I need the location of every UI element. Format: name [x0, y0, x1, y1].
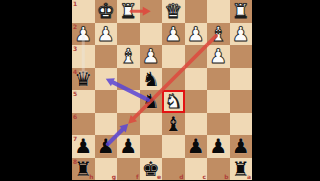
square-c1[interactable]	[185, 0, 208, 23]
square-a3[interactable]	[230, 45, 253, 68]
square-g4[interactable]	[95, 68, 118, 91]
rank-label-1: 1	[73, 0, 77, 7]
square-e3[interactable]: ♟	[140, 45, 163, 68]
white-bishop-f3[interactable]: ♝	[117, 45, 140, 68]
square-f1[interactable]: ♜	[117, 0, 140, 23]
square-a1[interactable]: ♜	[230, 0, 253, 23]
square-h5[interactable]: 5	[72, 90, 95, 113]
square-g7[interactable]: ♟	[95, 135, 118, 158]
square-d4[interactable]	[162, 68, 185, 91]
square-d6[interactable]: ♝	[162, 113, 185, 136]
chess-board: 1♚♜♛♜2♟♟♟♟♝♟3♝♟♟4♛♞5♞♞6♝7♟♟♟♟♟♟8h♜gfe♚dc…	[72, 0, 252, 180]
square-c5[interactable]	[185, 90, 208, 113]
letterbox-left	[0, 0, 72, 180]
square-d5[interactable]: ♞	[162, 90, 185, 113]
square-g8[interactable]: g	[95, 158, 118, 181]
square-h2[interactable]: 2♟	[72, 23, 95, 46]
video-frame: 1♚♜♛♜2♟♟♟♟♝♟3♝♟♟4♛♞5♞♞6♝7♟♟♟♟♟♟8h♜gfe♚dc…	[0, 0, 320, 180]
square-g6[interactable]	[95, 113, 118, 136]
black-bishop-d6[interactable]: ♝	[162, 113, 185, 136]
square-b2[interactable]: ♝	[207, 23, 230, 46]
square-c3[interactable]	[185, 45, 208, 68]
white-pawn-a2[interactable]: ♟	[230, 23, 253, 46]
square-d1[interactable]: ♛	[162, 0, 185, 23]
square-b8[interactable]: b	[207, 158, 230, 181]
white-pawn-d2[interactable]: ♟	[162, 23, 185, 46]
square-b6[interactable]	[207, 113, 230, 136]
square-b4[interactable]	[207, 68, 230, 91]
white-pawn-g2[interactable]: ♟	[95, 23, 118, 46]
square-d3[interactable]	[162, 45, 185, 68]
file-label-d: d	[179, 173, 183, 180]
black-pawn-h7[interactable]: ♟	[72, 135, 95, 158]
rank-label-6: 6	[73, 113, 77, 120]
square-f8[interactable]: f	[117, 158, 140, 181]
square-a2[interactable]: ♟	[230, 23, 253, 46]
square-h1[interactable]: 1	[72, 0, 95, 23]
white-pawn-h2[interactable]: ♟	[72, 23, 95, 46]
square-a4[interactable]	[230, 68, 253, 91]
rank-label-3: 3	[73, 45, 77, 52]
black-pawn-g7[interactable]: ♟	[95, 135, 118, 158]
square-a6[interactable]	[230, 113, 253, 136]
black-rook-a8[interactable]: ♜	[230, 158, 253, 181]
square-c8[interactable]: c	[185, 158, 208, 181]
square-c2[interactable]: ♟	[185, 23, 208, 46]
file-label-b: b	[224, 173, 228, 180]
square-b7[interactable]: ♟	[207, 135, 230, 158]
white-pawn-e3[interactable]: ♟	[140, 45, 163, 68]
square-a7[interactable]: ♟	[230, 135, 253, 158]
square-a8[interactable]: a♜	[230, 158, 253, 181]
square-e4[interactable]: ♞	[140, 68, 163, 91]
black-rook-h8[interactable]: ♜	[72, 158, 95, 181]
white-rook-a1[interactable]: ♜	[230, 0, 253, 23]
square-c4[interactable]	[185, 68, 208, 91]
white-rook-f1[interactable]: ♜	[117, 0, 140, 23]
black-pawn-a7[interactable]: ♟	[230, 135, 253, 158]
square-h3[interactable]: 3	[72, 45, 95, 68]
black-pawn-f7[interactable]: ♟	[117, 135, 140, 158]
square-e6[interactable]	[140, 113, 163, 136]
black-knight-e4[interactable]: ♞	[140, 68, 163, 91]
square-h7[interactable]: 7♟	[72, 135, 95, 158]
square-e8[interactable]: e♚	[140, 158, 163, 181]
square-b3[interactable]: ♟	[207, 45, 230, 68]
square-f7[interactable]: ♟	[117, 135, 140, 158]
square-c7[interactable]: ♟	[185, 135, 208, 158]
file-label-c: c	[202, 173, 206, 180]
square-g1[interactable]: ♚	[95, 0, 118, 23]
square-h6[interactable]: 6	[72, 113, 95, 136]
square-d2[interactable]: ♟	[162, 23, 185, 46]
square-b1[interactable]	[207, 0, 230, 23]
file-label-f: f	[136, 173, 139, 180]
square-g5[interactable]	[95, 90, 118, 113]
white-knight-d5[interactable]: ♞	[162, 90, 185, 113]
square-e2[interactable]	[140, 23, 163, 46]
square-e1[interactable]	[140, 0, 163, 23]
white-pawn-b3[interactable]: ♟	[207, 45, 230, 68]
square-c6[interactable]	[185, 113, 208, 136]
square-h8[interactable]: 8h♜	[72, 158, 95, 181]
square-f2[interactable]	[117, 23, 140, 46]
square-f3[interactable]: ♝	[117, 45, 140, 68]
square-a5[interactable]	[230, 90, 253, 113]
square-f4[interactable]	[117, 68, 140, 91]
black-queen-h4[interactable]: ♛	[72, 68, 95, 91]
square-h4[interactable]: 4♛	[72, 68, 95, 91]
black-pawn-c7[interactable]: ♟	[185, 135, 208, 158]
square-e7[interactable]	[140, 135, 163, 158]
white-king-g1[interactable]: ♚	[95, 0, 118, 23]
black-king-e8[interactable]: ♚	[140, 158, 163, 181]
square-b5[interactable]	[207, 90, 230, 113]
file-label-g: g	[112, 173, 116, 180]
rank-label-5: 5	[73, 90, 77, 97]
square-g3[interactable]	[95, 45, 118, 68]
letterbox-right	[252, 0, 320, 180]
square-g2[interactable]: ♟	[95, 23, 118, 46]
square-e5[interactable]: ♞	[140, 90, 163, 113]
white-pawn-c2[interactable]: ♟	[185, 23, 208, 46]
square-f6[interactable]	[117, 113, 140, 136]
square-d7[interactable]	[162, 135, 185, 158]
white-bishop-b2[interactable]: ♝	[207, 23, 230, 46]
square-d8[interactable]: d	[162, 158, 185, 181]
square-f5[interactable]	[117, 90, 140, 113]
white-queen-d1[interactable]: ♛	[162, 0, 185, 23]
black-pawn-b7[interactable]: ♟	[207, 135, 230, 158]
black-knight-e5[interactable]: ♞	[140, 90, 163, 113]
